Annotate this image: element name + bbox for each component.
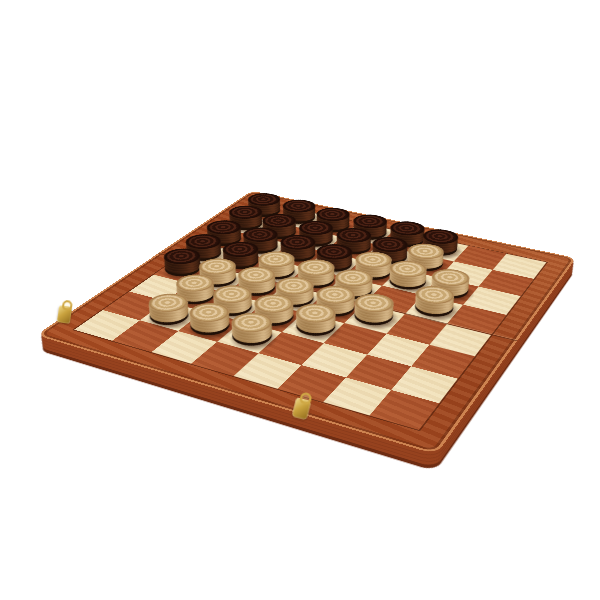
brass-latch-left xyxy=(57,305,72,324)
product-photo-scene xyxy=(0,0,600,600)
latch-hook-icon xyxy=(61,300,72,311)
square-r8c7[interactable] xyxy=(479,270,534,296)
